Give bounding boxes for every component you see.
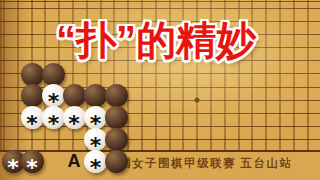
go-thumbnail: 中国女子围棋甲级联赛 五台山站 ********* A “扑”的精妙 <box>0 0 320 180</box>
black-stone[interactable] <box>105 150 128 173</box>
white-stone-marked[interactable]: * <box>63 106 86 129</box>
white-stone-marked[interactable]: * <box>84 106 107 129</box>
point-label-a[interactable]: A <box>68 152 81 170</box>
white-stone-marked[interactable]: * <box>42 106 65 129</box>
black-stone[interactable] <box>21 84 44 107</box>
black-stone[interactable] <box>105 84 128 107</box>
white-stone-marked[interactable]: * <box>84 128 107 151</box>
black-stone[interactable] <box>105 128 128 151</box>
white-stone-marked[interactable]: * <box>42 84 65 107</box>
black-stone[interactable] <box>21 63 44 86</box>
white-stone-marked[interactable]: * <box>84 150 107 173</box>
white-stone-marked[interactable]: * <box>21 106 44 129</box>
black-stone[interactable] <box>63 84 86 107</box>
black-stone[interactable] <box>84 84 107 107</box>
page-title: “扑”的精妙 <box>56 13 256 68</box>
black-stone-marked[interactable]: * <box>21 150 44 173</box>
black-stone[interactable] <box>105 106 128 129</box>
